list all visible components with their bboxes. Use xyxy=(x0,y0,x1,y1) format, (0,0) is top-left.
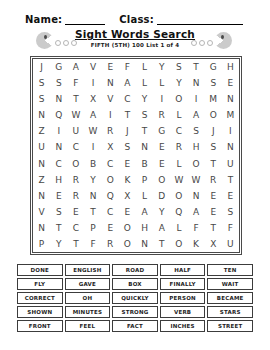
grid-cell-r4c5: I xyxy=(102,107,119,123)
grid-cell-r7c11: T xyxy=(205,156,222,172)
grid-cell-r3c3: T xyxy=(67,91,84,107)
word-item: HALF xyxy=(160,264,206,276)
grid-cell-r4c8: R xyxy=(153,107,170,123)
grid-cell-r6c11: S xyxy=(205,139,222,155)
grid-cell-r5c1: Z xyxy=(33,123,50,139)
grid-cell-r8c7: P xyxy=(136,172,153,188)
grid-cell-r6c7: N xyxy=(136,139,153,155)
grid-cell-r6c9: R xyxy=(170,139,187,155)
grid-cell-r3c11: M xyxy=(205,91,222,107)
grid-cell-r7c3: O xyxy=(67,156,84,172)
word-item: STARS xyxy=(207,306,253,318)
grid-cell-r10c2: S xyxy=(50,204,67,220)
grid-cell-r10c10: A xyxy=(187,204,204,220)
word-search-grid: JGAVEFLYSTGHSSFINALLYNSESNTXVCYIOIMNNQWA… xyxy=(30,56,242,255)
grid-cell-r2c3: F xyxy=(67,75,84,91)
grid-cell-r2c2: S xyxy=(50,75,67,91)
grid-cell-r2c6: A xyxy=(119,75,136,91)
grid-cell-r12c8: T xyxy=(153,236,170,252)
grid-cell-r7c8: E xyxy=(153,156,170,172)
grid-cell-r7c5: C xyxy=(102,156,119,172)
name-blank-line xyxy=(65,13,105,25)
word-item: PERSON xyxy=(160,292,206,304)
grid-cell-r5c11: J xyxy=(205,123,222,139)
grid-cell-r1c6: F xyxy=(119,59,136,75)
grid-cell-r11c5: E xyxy=(102,220,119,236)
word-item: BECAME xyxy=(207,292,253,304)
grid-cell-r10c5: C xyxy=(102,204,119,220)
grid-cell-r11c1: N xyxy=(33,220,50,236)
grid-cell-r5c2: I xyxy=(50,123,67,139)
grid-cell-r1c9: S xyxy=(170,59,187,75)
grid-cell-r11c12: F xyxy=(222,220,239,236)
grid-cell-r8c10: W xyxy=(187,172,204,188)
word-item: STREET xyxy=(207,320,253,332)
grid-cell-r3c1: S xyxy=(33,91,50,107)
grid-cell-r1c11: G xyxy=(205,59,222,75)
grid-cell-r11c6: O xyxy=(119,220,136,236)
grid-cell-r10c9: Q xyxy=(170,204,187,220)
grid-cell-r4c4: A xyxy=(84,107,101,123)
grid-cell-r3c12: N xyxy=(222,91,239,107)
grid-cell-r9c7: L xyxy=(136,188,153,204)
grid-cell-r4c6: T xyxy=(119,107,136,123)
grid-cell-r3c5: V xyxy=(102,91,119,107)
grid-cell-r4c7: S xyxy=(136,107,153,123)
grid-cell-r1c12: H xyxy=(222,59,239,75)
grid-cell-r5c12: I xyxy=(222,123,239,139)
word-item: CORRECT xyxy=(17,292,63,304)
word-item: FRONT xyxy=(17,320,63,332)
grid-cell-r7c6: E xyxy=(119,156,136,172)
grid-cell-r10c6: E xyxy=(119,204,136,220)
grid-cell-r7c4: B xyxy=(84,156,101,172)
word-item: MINUTES xyxy=(65,306,111,318)
grid-cell-r12c6: O xyxy=(119,236,136,252)
grid-cell-r8c4: Y xyxy=(84,172,101,188)
grid-cell-r12c1: P xyxy=(33,236,50,252)
grid-cell-r2c7: L xyxy=(136,75,153,91)
word-item: SHOWN xyxy=(17,306,63,318)
grid-cell-r9c1: N xyxy=(33,188,50,204)
word-item: DONE xyxy=(17,264,63,276)
word-item: ENGLISH xyxy=(65,264,111,276)
grid-cell-r3c9: O xyxy=(170,91,187,107)
grid-cell-r10c1: V xyxy=(33,204,50,220)
pacman-decoration-right xyxy=(191,32,232,49)
pellet-dot-icon xyxy=(63,40,69,46)
grid-cell-r3c4: X xyxy=(84,91,101,107)
grid-cell-r8c2: H xyxy=(50,172,67,188)
grid-cell-r6c3: C xyxy=(67,139,84,155)
pellet-dots xyxy=(55,40,77,46)
grid-cell-r4c10: A xyxy=(187,107,204,123)
grid-cell-r5c10: S xyxy=(187,123,204,139)
grid-cell-r10c4: T xyxy=(84,204,101,220)
grid-cell-r8c3: R xyxy=(67,172,84,188)
class-blank-line xyxy=(157,13,243,25)
grid-cell-r8c1: Z xyxy=(33,172,50,188)
grid-cell-r1c8: Y xyxy=(153,59,170,75)
grid-cell-r10c11: E xyxy=(205,204,222,220)
grid-cell-r9c12: E xyxy=(222,188,239,204)
grid-cell-r12c10: K xyxy=(187,236,204,252)
grid-cell-r10c7: A xyxy=(136,204,153,220)
grid-cell-r4c3: W xyxy=(67,107,84,123)
grid-cell-r9c8: D xyxy=(153,188,170,204)
grid-cell-r7c9: L xyxy=(170,156,187,172)
grid-cell-r9c2: E xyxy=(50,188,67,204)
grid-cell-r9c4: N xyxy=(84,188,101,204)
grid-cell-r12c11: X xyxy=(205,236,222,252)
grid-cell-r4c1: N xyxy=(33,107,50,123)
word-item: ROAD xyxy=(112,264,158,276)
grid-cell-r3c7: Y xyxy=(136,91,153,107)
grid-cell-r9c11: E xyxy=(205,188,222,204)
grid-cell-r2c8: L xyxy=(153,75,170,91)
grid-cell-r9c3: R xyxy=(67,188,84,204)
word-list-table: DONEENGLISHROADHALFTENFLYGAVEBOXFINALLYW… xyxy=(17,264,253,332)
grid-cell-r11c8: A xyxy=(153,220,170,236)
grid-cell-r5c5: R xyxy=(102,123,119,139)
grid-cell-r4c2: Q xyxy=(50,107,67,123)
word-item: FACT xyxy=(112,320,158,332)
grid-cell-r10c3: E xyxy=(67,204,84,220)
grid-cell-r6c12: N xyxy=(222,139,239,155)
grid-cell-r5c9: C xyxy=(170,123,187,139)
word-item: OH xyxy=(65,292,111,304)
pellet-dot-icon xyxy=(55,40,61,46)
grid-cell-r8c6: K xyxy=(119,172,136,188)
grid-cell-r3c10: I xyxy=(187,91,204,107)
word-item: FLY xyxy=(17,278,63,290)
grid-cell-r8c5: O xyxy=(102,172,119,188)
grid-cell-r1c7: L xyxy=(136,59,153,75)
name-label: Name: xyxy=(25,14,62,25)
word-item: QUICKLY xyxy=(112,292,158,304)
grid-cell-r6c8: E xyxy=(153,139,170,155)
grid-cell-r10c8: Y xyxy=(153,204,170,220)
word-item: STRONG xyxy=(112,306,158,318)
grid-cell-r12c3: T xyxy=(67,236,84,252)
grid-cell-r2c9: Y xyxy=(170,75,187,91)
grid-cell-r6c2: N xyxy=(50,139,67,155)
grid-cell-r7c7: B xyxy=(136,156,153,172)
name-class-row: Name: Class: xyxy=(25,13,247,25)
grid-cell-r9c5: Q xyxy=(102,188,119,204)
grid-cell-r8c12: T xyxy=(222,172,239,188)
grid-cell-r5c3: U xyxy=(67,123,84,139)
grid-cell-r12c4: F xyxy=(84,236,101,252)
grid-cell-r10c12: S xyxy=(222,204,239,220)
grid-cell-r9c10: N xyxy=(187,188,204,204)
grid-cell-r6c5: X xyxy=(102,139,119,155)
grid-cell-r1c1: J xyxy=(33,59,50,75)
grid-cell-r6c6: S xyxy=(119,139,136,155)
grid-cell-r8c9: W xyxy=(170,172,187,188)
grid-cell-r4c12: M xyxy=(222,107,239,123)
word-item: TEN xyxy=(207,264,253,276)
grid-cell-r4c9: L xyxy=(170,107,187,123)
grid-cell-r7c10: O xyxy=(187,156,204,172)
grid-cell-r2c12: E xyxy=(222,75,239,91)
class-label: Class: xyxy=(119,14,154,25)
grid-cell-r8c11: R xyxy=(205,172,222,188)
grid-cell-r2c5: N xyxy=(102,75,119,91)
grid-cell-r5c8: G xyxy=(153,123,170,139)
word-item: WAIT xyxy=(207,278,253,290)
grid-cell-r1c4: V xyxy=(84,59,101,75)
grid-cell-r12c12: U xyxy=(222,236,239,252)
grid-cell-r7c2: C xyxy=(50,156,67,172)
word-item: BOX xyxy=(112,278,158,290)
grid-cell-r5c4: W xyxy=(84,123,101,139)
grid-cell-r8c8: O xyxy=(153,172,170,188)
word-item: FINALLY xyxy=(160,278,206,290)
grid-cell-r12c9: O xyxy=(170,236,187,252)
grid-cell-r12c2: Y xyxy=(50,236,67,252)
word-item: INCHES xyxy=(160,320,206,332)
grid-cell-r2c1: S xyxy=(33,75,50,91)
grid-cell-r6c10: H xyxy=(187,139,204,155)
pacman-icon xyxy=(215,32,232,49)
grid-cell-r1c2: G xyxy=(50,59,67,75)
grid-cell-r11c11: T xyxy=(205,220,222,236)
word-item: VERB xyxy=(160,306,206,318)
word-item: FEEL xyxy=(65,320,111,332)
grid-cell-r2c10: N xyxy=(187,75,204,91)
grid-cell-r6c4: I xyxy=(84,139,101,155)
grid-cell-r5c6: J xyxy=(119,123,136,139)
pacman-decoration-left xyxy=(36,32,77,49)
grid-cell-r3c8: I xyxy=(153,91,170,107)
grid-cell-r11c9: L xyxy=(170,220,187,236)
grid-cell-r4c11: O xyxy=(205,107,222,123)
grid-cell-r9c6: X xyxy=(119,188,136,204)
grid-cell-r11c2: T xyxy=(50,220,67,236)
grid-cell-r11c4: P xyxy=(84,220,101,236)
grid-cell-r9c9: O xyxy=(170,188,187,204)
grid-cell-r12c7: N xyxy=(136,236,153,252)
grid-cell-r2c11: S xyxy=(205,75,222,91)
grid-cell-r1c3: A xyxy=(67,59,84,75)
grid-cell-r3c2: N xyxy=(50,91,67,107)
pellet-dot-icon xyxy=(191,40,197,46)
grid-cell-r11c3: C xyxy=(67,220,84,236)
grid-cell-r11c10: F xyxy=(187,220,204,236)
grid-cell-r12c5: R xyxy=(102,236,119,252)
word-item: GAVE xyxy=(65,278,111,290)
grid-cell-r7c12: U xyxy=(222,156,239,172)
pellet-dots xyxy=(191,40,213,46)
grid-cell-r11c7: H xyxy=(136,220,153,236)
grid-cell-r2c4: I xyxy=(84,75,101,91)
grid-cell-r1c5: E xyxy=(102,59,119,75)
grid-cell-r7c1: N xyxy=(33,156,50,172)
pellet-dot-icon xyxy=(199,40,205,46)
grid-cell-r3c6: C xyxy=(119,91,136,107)
grid-cell-r5c7: T xyxy=(136,123,153,139)
grid-cell-r1c10: T xyxy=(187,59,204,75)
pellet-dot-icon xyxy=(207,40,213,46)
pacman-icon xyxy=(36,32,53,49)
grid-cell-r6c1: U xyxy=(33,139,50,155)
pellet-dot-icon xyxy=(71,40,77,46)
